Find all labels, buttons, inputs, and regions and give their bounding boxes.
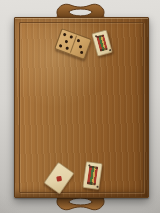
court-figure [87, 165, 99, 185]
red-ace-pip-icon [56, 175, 62, 181]
court-figure [96, 34, 108, 52]
photo-background [0, 0, 160, 213]
